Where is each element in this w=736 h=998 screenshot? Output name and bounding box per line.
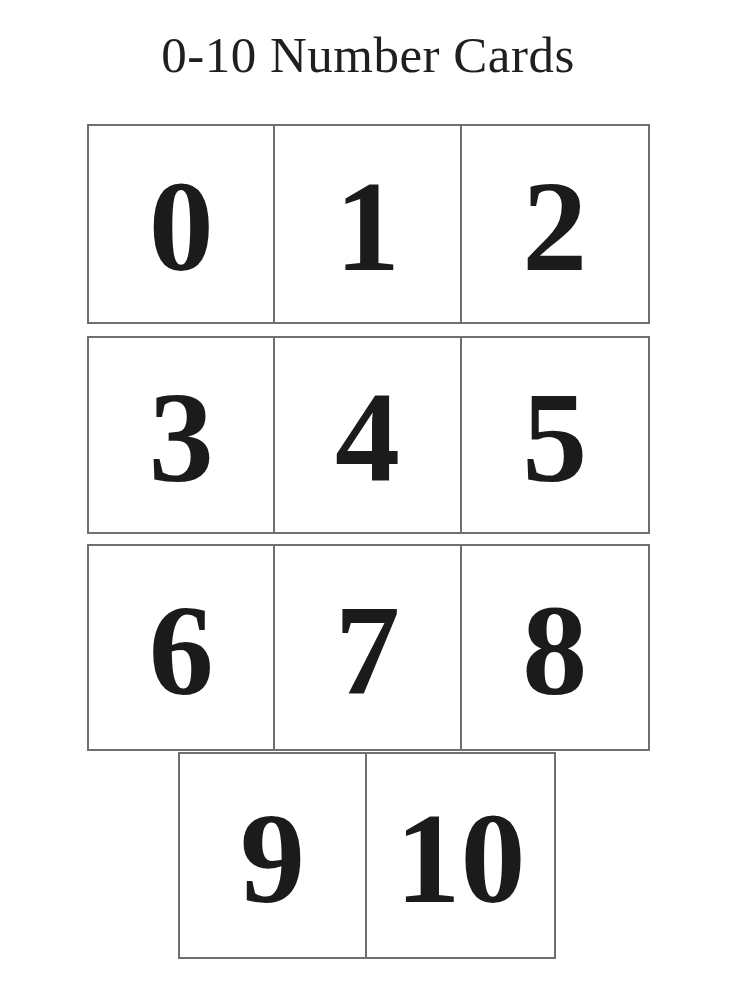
card-row-3: 6 7 8: [87, 544, 650, 751]
card-row-1: 0 1 2: [87, 124, 650, 324]
card-digit-9: 9: [240, 793, 305, 923]
page-title: 0-10 Number Cards: [0, 26, 736, 84]
number-card-7: 7: [275, 546, 461, 749]
number-card-4: 4: [275, 338, 461, 532]
card-digit-6: 6: [149, 585, 214, 715]
card-row-4: 9 10: [178, 752, 556, 959]
number-card-5: 5: [462, 338, 648, 532]
number-card-9: 9: [180, 754, 367, 957]
number-card-6: 6: [89, 546, 275, 749]
card-digit-4: 4: [335, 372, 400, 502]
number-card-0: 0: [89, 126, 275, 322]
number-card-8: 8: [462, 546, 648, 749]
card-digit-5: 5: [522, 372, 587, 502]
card-digit-7: 7: [335, 585, 400, 715]
card-digit-1: 1: [335, 161, 400, 291]
number-card-2: 2: [462, 126, 648, 322]
card-digit-3: 3: [149, 372, 214, 502]
number-card-3: 3: [89, 338, 275, 532]
card-digit-10: 10: [396, 793, 526, 923]
card-digit-2: 2: [522, 161, 587, 291]
number-card-1: 1: [275, 126, 461, 322]
number-card-10: 10: [367, 754, 554, 957]
card-row-2: 3 4 5: [87, 336, 650, 534]
card-digit-8: 8: [522, 585, 587, 715]
card-digit-0: 0: [149, 161, 214, 291]
